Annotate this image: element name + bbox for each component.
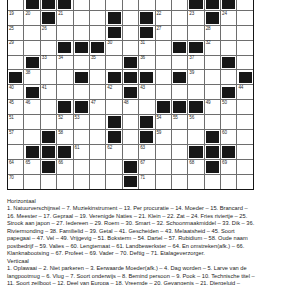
letter-cell[interactable] xyxy=(123,115,138,129)
letter-cell[interactable] xyxy=(156,85,171,99)
letter-cell[interactable] xyxy=(221,70,236,84)
blocked-cell xyxy=(237,70,252,84)
letter-cell[interactable] xyxy=(172,175,187,189)
clue-number: 53 xyxy=(75,115,80,120)
clue-number: 26 xyxy=(42,26,47,31)
blocked-cell xyxy=(57,100,72,114)
letter-cell[interactable]: 38 xyxy=(24,70,39,84)
block-square xyxy=(140,27,153,39)
clue-number: 32 xyxy=(206,40,211,45)
block-square xyxy=(108,72,121,84)
block-square xyxy=(42,0,55,9)
letter-cell[interactable] xyxy=(74,175,89,189)
blocked-cell xyxy=(205,11,220,25)
letter-cell[interactable]: 56 xyxy=(188,115,203,129)
blocked-cell xyxy=(74,70,89,84)
blocked-cell xyxy=(205,160,220,174)
letter-cell[interactable] xyxy=(90,115,105,129)
clue-number: 39 xyxy=(189,70,194,75)
letter-cell[interactable] xyxy=(237,41,252,55)
blocked-cell xyxy=(106,70,121,84)
letter-cell[interactable] xyxy=(156,70,171,84)
block-square xyxy=(173,42,186,54)
letter-cell[interactable] xyxy=(106,160,121,174)
block-square xyxy=(222,146,235,158)
blocked-cell xyxy=(123,56,138,70)
blocked-cell xyxy=(221,85,236,99)
letter-cell[interactable] xyxy=(172,130,187,144)
block-square xyxy=(75,101,88,113)
block-square xyxy=(108,27,121,39)
letter-cell[interactable]: 22 xyxy=(156,11,171,25)
clue-number: 17 xyxy=(75,0,80,1)
letter-cell[interactable]: 29 xyxy=(8,41,23,55)
letter-cell[interactable]: 61 xyxy=(74,145,89,159)
letter-cell[interactable] xyxy=(156,175,171,189)
clue-number: 51 xyxy=(9,115,14,120)
blocked-cell xyxy=(41,145,56,159)
blocked-cell xyxy=(221,145,236,159)
block-square xyxy=(26,87,39,99)
letter-cell[interactable]: 68 xyxy=(188,160,203,174)
letter-cell[interactable] xyxy=(172,26,187,40)
letter-cell[interactable] xyxy=(221,26,236,40)
blocked-cell xyxy=(57,0,72,10)
blocked-cell xyxy=(106,11,121,25)
letter-cell[interactable] xyxy=(90,160,105,174)
letter-cell[interactable]: 67 xyxy=(139,160,154,174)
letter-cell[interactable] xyxy=(205,115,220,129)
block-square xyxy=(42,146,55,158)
letter-cell[interactable]: 26 xyxy=(41,26,56,40)
clue-number: 70 xyxy=(9,175,14,180)
letter-cell[interactable] xyxy=(41,100,56,114)
clue-number: 31 xyxy=(140,40,145,45)
block-square xyxy=(75,42,88,54)
letter-cell[interactable]: 33 xyxy=(41,56,56,70)
blocked-cell xyxy=(188,145,203,159)
letter-cell[interactable]: 55 xyxy=(172,115,187,129)
letter-cell[interactable] xyxy=(139,0,154,10)
clue-number: 50 xyxy=(222,100,227,105)
clue-number: 20 xyxy=(25,11,30,16)
letter-cell[interactable]: 30 xyxy=(106,41,121,55)
blocked-cell xyxy=(106,130,121,144)
clue-line: papegaai – 47. Vel – 49. Vrijgevig – 51.… xyxy=(7,235,283,243)
blocked-cell xyxy=(156,100,171,114)
letter-cell[interactable] xyxy=(156,145,171,159)
letter-cell[interactable]: 43 xyxy=(139,85,154,99)
clue-number: 47 xyxy=(91,100,96,105)
letter-cell[interactable] xyxy=(90,26,105,40)
letter-cell[interactable] xyxy=(237,115,252,129)
clue-number: 48 xyxy=(124,100,129,105)
clue-number: 27 xyxy=(157,26,162,31)
letter-cell[interactable]: 59 xyxy=(156,130,171,144)
letter-cell[interactable] xyxy=(106,56,121,70)
clue-line: Klanknabootsing – 67. Profeet – 69. Vade… xyxy=(7,250,283,258)
block-square xyxy=(140,116,153,128)
letter-cell[interactable] xyxy=(237,100,252,114)
blocked-cell xyxy=(221,56,236,70)
letter-cell[interactable] xyxy=(139,100,154,114)
blocked-cell xyxy=(123,70,138,84)
letter-cell[interactable] xyxy=(123,145,138,159)
block-square xyxy=(222,87,235,99)
letter-cell[interactable] xyxy=(205,175,220,189)
letter-cell[interactable]: 34 xyxy=(57,56,72,70)
letter-cell[interactable]: 60 xyxy=(221,130,236,144)
letter-cell[interactable] xyxy=(205,85,220,99)
block-square xyxy=(58,42,71,54)
blocked-cell xyxy=(205,0,220,10)
letter-cell[interactable]: 24 xyxy=(221,11,236,25)
block-square xyxy=(58,101,71,113)
clue-number: 58 xyxy=(58,130,63,135)
clue-number: 60 xyxy=(222,130,227,135)
blocked-cell xyxy=(139,70,154,84)
blocked-cell xyxy=(24,145,39,159)
block-square xyxy=(124,72,137,84)
blocked-cell xyxy=(221,0,236,10)
letter-cell[interactable]: 17 xyxy=(74,0,89,10)
blocked-cell xyxy=(123,160,138,174)
block-square xyxy=(189,42,202,54)
clue-number: 57 xyxy=(9,130,14,135)
letter-cell[interactable] xyxy=(41,41,56,55)
letter-cell[interactable]: 19 xyxy=(8,11,23,25)
block-square xyxy=(124,161,137,173)
vertical-clue-lines: 1. Oplawaai – 2. Niet parkeren – 3. Eerw… xyxy=(7,265,283,285)
letter-cell[interactable] xyxy=(8,145,23,159)
letter-cell[interactable] xyxy=(24,41,39,55)
letter-cell[interactable]: 32 xyxy=(205,41,220,55)
clue-number: 45 xyxy=(9,100,14,105)
clue-number: 37 xyxy=(189,55,194,60)
block-square xyxy=(222,0,235,9)
letter-cell[interactable] xyxy=(237,130,252,144)
blocked-cell xyxy=(24,0,39,10)
letter-cell[interactable] xyxy=(156,41,171,55)
blocked-cell xyxy=(8,70,23,84)
block-square xyxy=(26,57,39,69)
horizontal-clue-lines: 1. Natuurverschijnsel – 7. Muziekinstrum… xyxy=(7,205,283,258)
letter-cell[interactable]: 40 xyxy=(8,85,23,99)
block-square xyxy=(108,12,121,24)
blocked-cell xyxy=(106,115,121,129)
block-square xyxy=(58,146,71,158)
block-square xyxy=(173,72,186,84)
letter-cell[interactable] xyxy=(172,0,187,10)
blocked-cell xyxy=(188,100,203,114)
letter-cell[interactable] xyxy=(24,26,39,40)
blocked-cell xyxy=(188,0,203,10)
letter-cell[interactable]: 53 xyxy=(74,115,89,129)
letter-cell[interactable]: 41 xyxy=(41,85,56,99)
letter-cell[interactable] xyxy=(90,11,105,25)
letter-cell[interactable] xyxy=(24,175,39,189)
clue-number: 36 xyxy=(140,55,145,60)
letter-cell[interactable] xyxy=(205,70,220,84)
letter-cell[interactable] xyxy=(74,26,89,40)
block-square xyxy=(58,0,71,9)
letter-cell[interactable] xyxy=(41,115,56,129)
letter-cell[interactable]: 66 xyxy=(57,160,72,174)
letter-cell[interactable] xyxy=(57,26,72,40)
letter-cell[interactable]: 63 xyxy=(139,145,154,159)
letter-cell[interactable] xyxy=(90,0,105,10)
clue-number: 44 xyxy=(238,85,243,90)
blocked-cell xyxy=(139,26,154,40)
clue-number: 25 xyxy=(9,26,14,31)
letter-cell[interactable] xyxy=(90,85,105,99)
letter-cell[interactable] xyxy=(90,175,105,189)
letter-cell[interactable]: 28 xyxy=(205,26,220,40)
letter-cell[interactable] xyxy=(188,130,203,144)
letter-cell[interactable]: 25 xyxy=(8,26,23,40)
clue-number: 29 xyxy=(9,40,14,45)
block-square xyxy=(206,12,219,24)
blocked-cell xyxy=(205,130,220,144)
letter-cell[interactable]: 70 xyxy=(8,175,23,189)
letter-cell[interactable] xyxy=(41,175,56,189)
block-square xyxy=(140,131,153,143)
letter-cell[interactable] xyxy=(237,175,252,189)
letter-cell[interactable]: 48 xyxy=(123,100,138,114)
clue-number: 49 xyxy=(206,100,211,105)
blocked-cell xyxy=(41,130,56,144)
letter-cell[interactable] xyxy=(123,130,138,144)
letter-cell[interactable] xyxy=(24,130,39,144)
block-square xyxy=(42,12,55,24)
letter-cell[interactable] xyxy=(237,145,252,159)
letter-cell[interactable] xyxy=(221,175,236,189)
letter-cell[interactable] xyxy=(172,85,187,99)
clue-number: 56 xyxy=(189,115,194,120)
letter-cell[interactable] xyxy=(172,11,187,25)
blocked-cell xyxy=(41,11,56,25)
block-square xyxy=(9,72,22,84)
letter-cell[interactable]: 18 xyxy=(123,0,138,10)
blocked-cell xyxy=(205,145,220,159)
block-square xyxy=(26,146,39,158)
letter-cell[interactable]: 35 xyxy=(90,56,105,70)
letter-cell[interactable]: 52 xyxy=(57,115,72,129)
blocked-cell xyxy=(139,11,154,25)
letter-cell[interactable] xyxy=(237,0,252,10)
letter-cell[interactable]: 47 xyxy=(90,100,105,114)
clue-number: 34 xyxy=(58,55,63,60)
letter-cell[interactable] xyxy=(188,175,203,189)
letter-cell[interactable]: 71 xyxy=(139,175,154,189)
letter-cell[interactable]: 20 xyxy=(24,11,39,25)
clue-number: 59 xyxy=(157,130,162,135)
clue-line: Riviermonding – 38. Familielid – 39. Get… xyxy=(7,228,283,236)
letter-cell[interactable] xyxy=(74,56,89,70)
letter-cell[interactable] xyxy=(221,41,236,55)
blocked-cell xyxy=(188,41,203,55)
blocked-cell xyxy=(123,85,138,99)
letter-cell[interactable] xyxy=(237,160,252,174)
clue-number: 23 xyxy=(189,11,194,16)
block-square xyxy=(140,72,153,84)
clue-number: 21 xyxy=(58,11,63,16)
clue-number: 28 xyxy=(206,26,211,31)
letter-cell[interactable]: 62 xyxy=(106,145,121,159)
letter-cell[interactable]: 51 xyxy=(8,115,23,129)
block-square xyxy=(206,0,219,9)
block-square xyxy=(75,72,88,84)
clue-number: 33 xyxy=(42,55,47,60)
clue-number: 19 xyxy=(9,11,14,16)
letter-cell[interactable]: 21 xyxy=(57,11,72,25)
letter-cell[interactable] xyxy=(205,56,220,70)
block-square xyxy=(140,12,153,24)
letter-cell[interactable]: 57 xyxy=(8,130,23,144)
clue-number: 68 xyxy=(189,160,194,165)
letter-cell[interactable] xyxy=(156,0,171,10)
letter-cell[interactable] xyxy=(123,41,138,55)
letter-cell[interactable]: 27 xyxy=(156,26,171,40)
letter-cell[interactable] xyxy=(237,56,252,70)
letter-cell[interactable]: 49 xyxy=(205,100,220,114)
letter-cell[interactable] xyxy=(57,70,72,84)
blocked-cell xyxy=(172,100,187,114)
clue-number: 71 xyxy=(140,175,145,180)
block-square xyxy=(124,87,137,99)
letter-cell[interactable] xyxy=(74,130,89,144)
block-square xyxy=(108,131,121,143)
letter-cell[interactable]: 23 xyxy=(188,11,203,25)
letter-cell[interactable]: 44 xyxy=(237,85,252,99)
block-square xyxy=(173,101,186,113)
block-square xyxy=(26,0,39,9)
letter-cell[interactable] xyxy=(106,100,121,114)
letter-cell[interactable] xyxy=(90,145,105,159)
blocked-cell xyxy=(57,145,72,159)
clue-number: 63 xyxy=(140,145,145,150)
letter-cell[interactable] xyxy=(156,56,171,70)
block-square xyxy=(124,176,137,188)
clue-number: 38 xyxy=(25,70,30,75)
letter-cell[interactable] xyxy=(57,85,72,99)
letter-cell[interactable] xyxy=(188,85,203,99)
letter-cell[interactable]: 36 xyxy=(139,56,154,70)
letter-cell[interactable]: 50 xyxy=(221,100,236,114)
letter-cell[interactable]: 42 xyxy=(106,85,121,99)
letter-cell[interactable] xyxy=(74,85,89,99)
letter-cell[interactable]: 37 xyxy=(188,56,203,70)
crossword-grid: 1718192021222324252627282930313233343536… xyxy=(7,0,254,190)
letter-cell[interactable] xyxy=(24,115,39,129)
letter-cell[interactable] xyxy=(90,70,105,84)
clue-number: 40 xyxy=(9,85,14,90)
letter-cell[interactable]: 46 xyxy=(24,100,39,114)
letter-cell[interactable]: 65 xyxy=(24,160,39,174)
letter-cell[interactable] xyxy=(41,70,56,84)
letter-cell[interactable] xyxy=(106,0,121,10)
clue-number: 30 xyxy=(107,40,112,45)
letter-cell[interactable]: 39 xyxy=(188,70,203,84)
block-square xyxy=(189,146,202,158)
block-square xyxy=(239,72,252,84)
blocked-cell xyxy=(90,41,105,55)
letter-cell[interactable] xyxy=(221,115,236,129)
clue-number: 22 xyxy=(157,11,162,16)
block-square xyxy=(222,57,235,69)
letter-cell[interactable] xyxy=(123,26,138,40)
blocked-cell xyxy=(74,100,89,114)
clues-block: Horizontaal 1. Natuurverschijnsel – 7. M… xyxy=(7,198,283,285)
block-square xyxy=(189,101,202,113)
block-square xyxy=(157,101,170,113)
letter-cell[interactable] xyxy=(172,160,187,174)
letter-cell[interactable]: 45 xyxy=(8,100,23,114)
letter-cell[interactable] xyxy=(172,56,187,70)
blocked-cell xyxy=(106,26,121,40)
clue-line: Strook aan japon – 27. Iedereen – 29. Ro… xyxy=(7,220,283,228)
clue-line: langpootmug – 6. Vlug – 7. Soort onderwi… xyxy=(7,273,283,281)
clue-number: 65 xyxy=(25,160,30,165)
block-square xyxy=(124,57,137,69)
letter-cell[interactable] xyxy=(8,0,23,10)
letter-cell[interactable] xyxy=(106,175,121,189)
letter-cell[interactable]: 31 xyxy=(139,41,154,55)
letter-cell[interactable] xyxy=(156,160,171,174)
clue-number: 42 xyxy=(107,85,112,90)
blocked-cell xyxy=(57,41,72,55)
clue-number: 55 xyxy=(173,115,178,120)
letter-cell[interactable] xyxy=(188,26,203,40)
letter-cell[interactable] xyxy=(172,145,187,159)
letter-cell[interactable] xyxy=(237,11,252,25)
clue-number: 62 xyxy=(107,145,112,150)
clue-number: 69 xyxy=(222,160,227,165)
letter-cell[interactable]: 54 xyxy=(156,115,171,129)
clue-number: 24 xyxy=(222,11,227,16)
letter-cell[interactable]: 64 xyxy=(8,160,23,174)
clue-line: 1. Natuurverschijnsel – 7. Muziekinstrum… xyxy=(7,205,283,213)
letter-cell[interactable] xyxy=(57,175,72,189)
blocked-cell xyxy=(172,70,187,84)
clues-heading-vertical: Verticaal xyxy=(7,258,283,266)
clue-number: 18 xyxy=(124,0,129,1)
clue-line: 1. Oplawaai – 2. Niet parkeren – 3. Eerw… xyxy=(7,265,283,273)
letter-cell[interactable] xyxy=(8,56,23,70)
blocked-cell xyxy=(24,85,39,99)
clue-number: 61 xyxy=(75,145,80,150)
blocked-cell xyxy=(41,0,56,10)
blocked-cell xyxy=(24,56,39,70)
clue-number: 35 xyxy=(91,55,96,60)
letter-cell[interactable] xyxy=(74,11,89,25)
clue-number: 54 xyxy=(157,115,162,120)
letter-cell[interactable] xyxy=(90,130,105,144)
letter-cell[interactable] xyxy=(74,160,89,174)
clue-line: 16. Meester – 17. Gepraal – 19. Verenigd… xyxy=(7,213,283,221)
clue-number: 64 xyxy=(9,160,14,165)
clue-number: 67 xyxy=(140,160,145,165)
letter-cell[interactable]: 58 xyxy=(57,130,72,144)
clues-heading-horizontal: Horizontaal xyxy=(7,198,283,206)
clue-number: 46 xyxy=(25,100,30,105)
block-square xyxy=(206,146,219,158)
clue-line: postbedrijf – 59. Valies – 60. Lengtemaa… xyxy=(7,243,283,251)
letter-cell[interactable] xyxy=(123,11,138,25)
letter-cell[interactable] xyxy=(237,26,252,40)
clue-number: 66 xyxy=(58,160,63,165)
letter-cell[interactable]: 69 xyxy=(221,160,236,174)
